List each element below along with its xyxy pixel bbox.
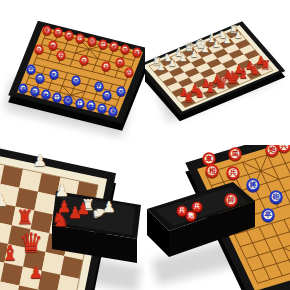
blue-xiangqi-disc[interactable]: 將 [247, 178, 260, 191]
blue-xiangqi-disc[interactable]: 砲 [270, 190, 283, 203]
white-pawn[interactable]: ♟ [0, 193, 8, 209]
red-xiangqi-disc[interactable]: 相 [206, 164, 219, 177]
red-rook[interactable]: ♜ [260, 59, 271, 72]
red-xiangqi-disc[interactable]: 馬 [53, 28, 62, 37]
red-knight[interactable]: ♞ [51, 209, 69, 229]
red-xiangqi-disc[interactable]: 兵 [34, 45, 43, 54]
panel-xiangqi-full-set: 車馬相仕帥仕相馬車炮炮兵兵兵兵兵卒卒卒卒卒砲砲車馬象士將士象馬車 [0, 0, 145, 145]
blue-xiangqi-disc[interactable]: 車 [19, 84, 28, 93]
blue-xiangqi-disc[interactable]: 卒 [262, 208, 275, 221]
red-bishop[interactable]: ♝ [1, 243, 20, 264]
red-xiangqi-disc[interactable]: 炮 [116, 58, 125, 67]
red-knight[interactable]: ♞ [249, 64, 260, 77]
blue-xiangqi-disc[interactable]: 象 [41, 90, 50, 99]
red-xiangqi-disc[interactable]: 馬 [229, 147, 242, 160]
panel-chess-drawer-closeup: ♟♟♟♜♟♞♟♟♛♝♟♜♞♟ [0, 145, 145, 290]
red-xiangqi-disc[interactable]: 帥 [225, 193, 238, 206]
panel-xiangqi-drawer-closeup: 車馬炮兵相兵帥將砲卒兵炮兵 [145, 145, 290, 290]
blue-xiangqi-disc[interactable]: 卒 [27, 64, 36, 73]
red-xiangqi-disc[interactable]: 兵 [79, 56, 88, 65]
red-bishop[interactable]: ♝ [204, 81, 216, 95]
blue-xiangqi-disc[interactable]: 砲 [103, 91, 112, 100]
blue-xiangqi-disc[interactable]: 卒 [94, 81, 103, 90]
red-xiangqi-disc[interactable]: 兵 [227, 166, 240, 179]
red-queen[interactable]: ♛ [19, 229, 43, 256]
blue-xiangqi-disc[interactable]: 士 [75, 98, 84, 107]
blue-xiangqi-disc[interactable]: 將 [64, 95, 73, 104]
white-pawn[interactable]: ♟ [168, 59, 176, 68]
blue-xiangqi-disc[interactable]: 車 [109, 107, 118, 116]
red-xiangqi-disc[interactable]: 車 [203, 152, 216, 165]
white-pawn[interactable]: ♟ [179, 54, 187, 63]
white-pawn[interactable]: ♟ [234, 31, 242, 40]
red-knight[interactable]: ♞ [194, 87, 205, 100]
red-pawn[interactable]: ♟ [29, 265, 43, 281]
red-xiangqi-disc[interactable]: 兵 [102, 62, 111, 71]
red-xiangqi-disc[interactable]: 炮 [48, 41, 57, 50]
white-pawn[interactable]: ♟ [190, 50, 198, 59]
red-xiangqi-disc[interactable]: 相 [110, 42, 119, 51]
blue-xiangqi-disc[interactable]: 卒 [49, 70, 58, 79]
red-xiangqi-disc[interactable]: 仕 [98, 39, 107, 48]
xiangqi-board [0, 0, 145, 145]
blue-xiangqi-disc[interactable]: 砲 [35, 74, 44, 83]
red-xiangqi-disc[interactable]: 仕 [76, 34, 85, 43]
red-xiangqi-disc[interactable]: 帥 [87, 36, 96, 45]
red-xiangqi-disc[interactable]: 車 [132, 48, 141, 57]
blue-xiangqi-disc[interactable]: 象 [86, 101, 95, 110]
red-rook[interactable]: ♜ [16, 207, 34, 227]
red-xiangqi-disc[interactable]: 炮 [186, 210, 197, 221]
red-xiangqi-disc[interactable]: 兵 [57, 50, 66, 59]
red-xiangqi-disc[interactable]: 馬 [121, 45, 130, 54]
blue-xiangqi-disc[interactable]: 馬 [30, 87, 39, 96]
blue-xiangqi-disc[interactable]: 馬 [98, 104, 107, 113]
white-pawn[interactable]: ♟ [223, 36, 231, 45]
red-xiangqi-disc[interactable]: 兵 [124, 67, 133, 76]
white-pawn[interactable]: ♟ [157, 64, 165, 73]
white-pawn[interactable]: ♟ [201, 45, 209, 54]
blue-xiangqi-disc[interactable]: 卒 [72, 76, 81, 85]
white-pawn[interactable]: ♟ [212, 40, 220, 49]
panel-chess-full-set: ♜♞♟♝♟♚♟♛♟♝♟♞♟♟♜♟♟♜♟♟♞♟♝♟♚♟♛♟♝♟♞♜ [145, 0, 290, 145]
white-knight[interactable]: ♞ [91, 206, 107, 221]
red-rook[interactable]: ♜ [183, 92, 194, 105]
product-collage: 車馬相仕帥仕相馬車炮炮兵兵兵兵兵卒卒卒卒卒砲砲車馬象士將士象馬車 ♜♞♟♝♟♚♟… [0, 0, 290, 290]
red-pawn[interactable]: ♟ [68, 205, 82, 221]
red-xiangqi-disc[interactable]: 相 [65, 31, 74, 40]
red-queen[interactable]: ♛ [215, 76, 228, 91]
blue-xiangqi-disc[interactable]: 士 [53, 93, 62, 102]
blue-xiangqi-disc[interactable]: 卒 [117, 87, 126, 96]
white-pawn[interactable]: ♟ [33, 153, 47, 169]
red-xiangqi-disc[interactable]: 車 [42, 25, 51, 34]
